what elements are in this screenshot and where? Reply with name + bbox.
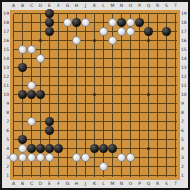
black-stone-E18[interactable] <box>45 18 54 27</box>
white-stone-J3[interactable] <box>81 153 90 162</box>
white-stone-E3[interactable] <box>45 153 54 162</box>
coord-label-left-19: 19 <box>2 11 9 17</box>
black-stone-C10[interactable] <box>27 90 36 99</box>
white-stone-H3[interactable] <box>72 153 81 162</box>
coord-label-right-11: 11 <box>181 83 190 89</box>
coord-label-right-10: 10 <box>181 92 190 98</box>
coord-label-top-O: O <box>126 3 135 9</box>
grid-line-horizontal <box>14 49 177 50</box>
coord-label-bottom-E: E <box>45 181 54 187</box>
grid-line-horizontal <box>14 130 177 131</box>
grid-line-vertical <box>166 14 167 177</box>
coord-label-top-A: A <box>9 3 18 9</box>
coord-label-right-17: 17 <box>181 29 190 35</box>
white-stone-G18[interactable] <box>63 18 72 27</box>
coord-label-left-16: 16 <box>2 38 9 44</box>
coord-label-bottom-D: D <box>36 181 45 187</box>
coord-label-bottom-G: G <box>63 181 72 187</box>
hoshi-point-Q16 <box>147 39 150 42</box>
coord-label-top-Q: Q <box>144 3 153 9</box>
coord-label-top-C: C <box>27 3 36 9</box>
white-stone-M16[interactable] <box>108 36 117 45</box>
white-stone-M18[interactable] <box>108 18 117 27</box>
black-stone-L4[interactable] <box>99 144 108 153</box>
coord-label-top-K: K <box>90 3 99 9</box>
grid-line-horizontal <box>14 121 177 122</box>
coord-label-left-13: 13 <box>2 65 9 71</box>
coord-label-right-3: 3 <box>181 155 190 161</box>
coord-label-right-2: 2 <box>181 164 190 170</box>
coord-label-left-4: 4 <box>2 146 9 152</box>
coord-label-top-E: E <box>45 3 54 9</box>
coord-label-left-17: 17 <box>2 29 9 35</box>
white-stone-L17[interactable] <box>99 27 108 36</box>
coord-label-left-2: 2 <box>2 164 9 170</box>
grid-line-horizontal <box>14 139 177 140</box>
grid-line-horizontal <box>14 112 177 113</box>
grid-line-horizontal <box>14 166 177 167</box>
white-stone-B15[interactable] <box>18 45 27 54</box>
grid-line-horizontal <box>14 22 177 23</box>
black-stone-S17[interactable] <box>162 27 171 36</box>
coord-label-left-1: 1 <box>2 173 9 179</box>
coord-label-right-6: 6 <box>181 128 190 134</box>
coord-label-left-9: 9 <box>2 101 9 107</box>
coord-label-right-15: 15 <box>181 47 190 53</box>
white-stone-D14[interactable] <box>36 54 45 63</box>
hoshi-point-D16 <box>39 39 42 42</box>
coord-label-bottom-H: H <box>72 181 81 187</box>
grid-line-vertical <box>157 14 158 177</box>
black-stone-B13[interactable] <box>18 63 27 72</box>
black-stone-E4[interactable] <box>45 144 54 153</box>
coord-label-left-6: 6 <box>2 128 9 134</box>
coord-label-right-1: 1 <box>181 173 190 179</box>
coord-label-left-3: 3 <box>2 155 9 161</box>
coord-label-bottom-O: O <box>126 181 135 187</box>
grid-line-horizontal <box>14 175 177 176</box>
coord-label-top-S: S <box>162 3 171 9</box>
white-stone-B3[interactable] <box>18 153 27 162</box>
coord-label-top-D: D <box>36 3 45 9</box>
hoshi-point-Q4 <box>147 147 150 150</box>
black-stone-B10[interactable] <box>18 90 27 99</box>
black-stone-E7[interactable] <box>45 117 54 126</box>
coord-label-bottom-R: R <box>153 181 162 187</box>
coord-label-right-16: 16 <box>181 38 190 44</box>
hoshi-point-Q10 <box>147 93 150 96</box>
coord-label-bottom-L: L <box>99 181 108 187</box>
black-stone-N18[interactable] <box>117 18 126 27</box>
grid-line-horizontal <box>14 67 177 68</box>
white-stone-J18[interactable] <box>81 18 90 27</box>
white-stone-H16[interactable] <box>72 36 81 45</box>
black-stone-K4[interactable] <box>90 144 99 153</box>
coord-label-right-9: 9 <box>181 101 190 107</box>
coord-label-bottom-K: K <box>90 181 99 187</box>
black-stone-M4[interactable] <box>108 144 117 153</box>
go-board-window: ABCDEFGHJKLMNOPQRSTABCDEFGHJKLMNOPQRST19… <box>0 0 190 190</box>
coord-label-right-18: 18 <box>181 20 190 26</box>
coord-label-top-J: J <box>81 3 90 9</box>
coord-label-left-12: 12 <box>2 74 9 80</box>
coord-label-top-F: F <box>54 3 63 9</box>
hoshi-point-K16 <box>93 39 96 42</box>
coord-label-top-T: T <box>171 3 180 9</box>
white-stone-N17[interactable] <box>117 27 126 36</box>
grid-line-horizontal <box>14 13 177 14</box>
coord-label-top-R: R <box>153 3 162 9</box>
coord-label-bottom-T: T <box>171 181 180 187</box>
coord-label-left-18: 18 <box>2 20 9 26</box>
black-stone-P18[interactable] <box>135 18 144 27</box>
black-stone-H18[interactable] <box>72 18 81 27</box>
coord-label-left-15: 15 <box>2 47 9 53</box>
black-stone-E6[interactable] <box>45 126 54 135</box>
coord-label-bottom-B: B <box>18 181 27 187</box>
coord-label-bottom-F: F <box>54 181 63 187</box>
white-stone-C7[interactable] <box>27 117 36 126</box>
coord-label-right-8: 8 <box>181 110 190 116</box>
grid-line-horizontal <box>14 103 177 104</box>
coord-label-right-14: 14 <box>181 56 190 62</box>
coord-label-right-7: 7 <box>181 119 190 125</box>
coord-label-bottom-Q: Q <box>144 181 153 187</box>
coord-label-right-12: 12 <box>181 74 190 80</box>
coord-label-bottom-J: J <box>81 181 90 187</box>
black-stone-E17[interactable] <box>45 27 54 36</box>
white-stone-O18[interactable] <box>126 18 135 27</box>
coord-label-right-4: 4 <box>181 146 190 152</box>
coord-label-bottom-S: S <box>162 181 171 187</box>
grid-line-vertical <box>175 14 176 177</box>
coord-label-top-G: G <box>63 3 72 9</box>
black-stone-C4[interactable] <box>27 144 36 153</box>
white-stone-L2[interactable] <box>99 162 108 171</box>
coord-label-top-M: M <box>108 3 117 9</box>
coord-label-bottom-C: C <box>27 181 36 187</box>
black-stone-D10[interactable] <box>36 90 45 99</box>
grid-line-horizontal <box>14 76 177 77</box>
grid-line-horizontal <box>14 85 177 86</box>
black-stone-D4[interactable] <box>36 144 45 153</box>
white-stone-D3[interactable] <box>36 153 45 162</box>
hoshi-point-K10 <box>93 93 96 96</box>
coord-label-left-10: 10 <box>2 92 9 98</box>
white-stone-B4[interactable] <box>18 144 27 153</box>
white-stone-O3[interactable] <box>126 153 135 162</box>
white-stone-O17[interactable] <box>126 27 135 36</box>
coord-label-top-H: H <box>72 3 81 9</box>
coord-label-right-19: 19 <box>181 11 190 17</box>
black-stone-E19[interactable] <box>45 9 54 18</box>
grid-line-vertical <box>67 14 68 177</box>
coord-label-top-N: N <box>117 3 126 9</box>
coord-label-top-B: B <box>18 3 27 9</box>
coord-label-top-L: L <box>99 3 108 9</box>
goban-surface[interactable] <box>10 10 180 180</box>
black-stone-Q17[interactable] <box>144 27 153 36</box>
coord-label-bottom-N: N <box>117 181 126 187</box>
black-stone-F4[interactable] <box>54 144 63 153</box>
coord-label-left-14: 14 <box>2 56 9 62</box>
coord-label-left-5: 5 <box>2 137 9 143</box>
coord-label-left-11: 11 <box>2 83 9 89</box>
white-stone-C15[interactable] <box>27 45 36 54</box>
coord-label-bottom-A: A <box>9 181 18 187</box>
white-stone-N3[interactable] <box>117 153 126 162</box>
coord-label-left-8: 8 <box>2 110 9 116</box>
white-stone-A3[interactable] <box>9 153 18 162</box>
coord-label-top-P: P <box>135 3 144 9</box>
white-stone-C11[interactable] <box>27 81 36 90</box>
coord-label-right-13: 13 <box>181 65 190 71</box>
coord-label-left-7: 7 <box>2 119 9 125</box>
black-stone-B5[interactable] <box>18 135 27 144</box>
grid-line-vertical <box>139 14 140 177</box>
coord-label-bottom-M: M <box>108 181 117 187</box>
coord-label-right-5: 5 <box>181 137 190 143</box>
coord-label-bottom-P: P <box>135 181 144 187</box>
white-stone-C3[interactable] <box>27 153 36 162</box>
